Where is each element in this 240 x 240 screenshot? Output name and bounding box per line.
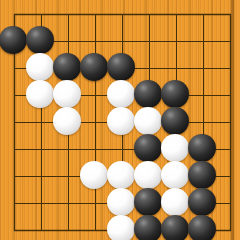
go-board[interactable]: [0, 0, 240, 240]
white-stone: [107, 107, 135, 135]
white-stone: [26, 80, 54, 108]
black-stone: [53, 53, 81, 81]
white-stone: [26, 53, 54, 81]
black-stone: [26, 26, 54, 54]
black-stone: [161, 80, 189, 108]
black-stone: [188, 188, 216, 216]
white-stone: [134, 107, 162, 135]
white-stone: [161, 161, 189, 189]
black-stone: [161, 215, 189, 240]
white-stone: [80, 161, 108, 189]
white-stone: [107, 188, 135, 216]
white-stone: [53, 80, 81, 108]
black-stone: [134, 188, 162, 216]
black-stone: [134, 80, 162, 108]
white-stone: [107, 80, 135, 108]
black-stone: [161, 107, 189, 135]
black-stone: [188, 134, 216, 162]
black-stone: [0, 26, 27, 54]
black-stone: [134, 134, 162, 162]
white-stone: [53, 107, 81, 135]
black-stone: [134, 215, 162, 240]
white-stone: [107, 215, 135, 240]
white-stone: [134, 161, 162, 189]
black-stone: [188, 215, 216, 240]
black-stone: [188, 161, 216, 189]
white-stone: [161, 134, 189, 162]
white-stone: [161, 188, 189, 216]
white-stone: [107, 161, 135, 189]
black-stone: [80, 53, 108, 81]
black-stone: [107, 53, 135, 81]
